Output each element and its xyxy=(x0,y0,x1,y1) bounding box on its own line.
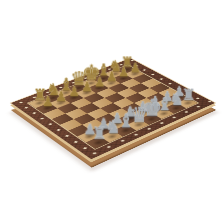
gold-pawn-piece: ♟ xyxy=(105,71,117,84)
gold-pawn-piece: ♟ xyxy=(55,90,67,104)
gold-pawn-piece: ♟ xyxy=(129,62,140,75)
silver-rook-piece: ♜ xyxy=(91,126,106,143)
gold-pawn-piece: ♟ xyxy=(68,85,80,98)
chess-set: ♜♞♝♛♚♝♞♜♟♟♟♟♟♟♟♟♟♟♟♟♟♟♟♟♜♞♝♛♚♝♞♜ xyxy=(10,58,216,160)
gold-pawn-piece: ♟ xyxy=(93,75,105,88)
gold-pawn-piece: ♟ xyxy=(117,66,128,79)
product-photo: ♜♞♝♛♚♝♞♜♟♟♟♟♟♟♟♟♟♟♟♟♟♟♟♟♜♞♝♛♚♝♞♜ xyxy=(0,0,222,222)
gold-pawn-piece: ♟ xyxy=(41,95,53,109)
photo-background: ♜♞♝♛♚♝♞♜♟♟♟♟♟♟♟♟♟♟♟♟♟♟♟♟♜♞♝♛♚♝♞♜ xyxy=(0,0,222,222)
board-border: ♜♞♝♛♚♝♞♜♟♟♟♟♟♟♟♟♟♟♟♟♟♟♟♟♜♞♝♛♚♝♞♜ xyxy=(10,58,216,160)
gold-pawn-piece: ♟ xyxy=(81,80,93,93)
